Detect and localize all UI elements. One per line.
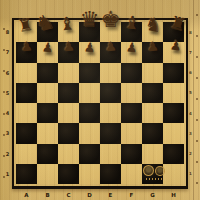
piece-black-knight-b8[interactable]: ♞ (34, 11, 57, 36)
edge-dot (196, 56, 198, 58)
square-d2[interactable] (79, 144, 100, 164)
square-g4[interactable] (142, 103, 163, 123)
file-label-a: A (16, 190, 37, 199)
piece-black-rook-a8[interactable]: ♜ (17, 15, 35, 34)
round-emblem-left-icon (143, 165, 154, 176)
piece-cell: ♟ (163, 42, 184, 62)
square-a1[interactable] (16, 164, 37, 184)
piece-black-pawn-e7[interactable]: ♟ (104, 39, 117, 53)
rank-label-right-1: 1 (187, 164, 194, 184)
square-e6[interactable] (100, 63, 121, 83)
rank-label-right-2: 2 (187, 144, 194, 164)
square-a3[interactable] (16, 123, 37, 143)
square-e5[interactable] (100, 83, 121, 103)
rank-label-right-5: 5 (187, 83, 194, 103)
square-g3[interactable] (142, 123, 163, 143)
edge-dot (3, 176, 5, 178)
file-label-c: C (58, 190, 79, 199)
maker-stamp-caption (146, 178, 163, 180)
square-a2[interactable] (16, 144, 37, 164)
square-c6[interactable] (58, 63, 79, 83)
square-d6[interactable] (79, 63, 100, 83)
piece-black-pawn-b7[interactable]: ♟ (41, 40, 54, 54)
piece-black-pawn-c7[interactable]: ♟ (62, 39, 75, 53)
square-d5[interactable] (79, 83, 100, 103)
piece-black-pawn-g7[interactable]: ♟ (146, 39, 159, 53)
file-label-h: H (163, 190, 184, 199)
edge-dot (3, 134, 5, 136)
square-c2[interactable] (58, 144, 79, 164)
square-h6[interactable] (163, 63, 184, 83)
square-g6[interactable] (142, 63, 163, 83)
piece-black-bishop-f8[interactable]: ♝ (124, 13, 142, 32)
square-c3[interactable] (58, 123, 79, 143)
edge-dot (3, 91, 5, 93)
square-a4[interactable] (16, 103, 37, 123)
rank-label-right-8: 8 (187, 22, 194, 42)
piece-cell: ♟ (16, 42, 37, 62)
file-labels-bottom: ABCDEFGH (16, 190, 184, 199)
piece-cell: ♟ (37, 42, 58, 62)
square-b5[interactable] (37, 83, 58, 103)
edge-dot (196, 182, 198, 184)
square-d3[interactable] (79, 123, 100, 143)
square-c1[interactable] (58, 164, 79, 184)
square-f3[interactable] (121, 123, 142, 143)
rank-label-right-4: 4 (187, 103, 194, 123)
pieces-layer: ♜♞♝♛♚♝♞♜♟♟♟♟♟♟♟♟ (16, 22, 184, 63)
edge-dots-right (195, 4, 198, 194)
square-b4[interactable] (37, 103, 58, 123)
square-f4[interactable] (121, 103, 142, 123)
piece-black-knight-g8[interactable]: ♞ (143, 13, 163, 35)
file-label-g: G (142, 190, 163, 199)
square-b3[interactable] (37, 123, 58, 143)
square-f5[interactable] (121, 83, 142, 103)
square-d1[interactable] (79, 164, 100, 184)
square-e4[interactable] (100, 103, 121, 123)
edge-dot (196, 35, 198, 37)
square-h5[interactable] (163, 83, 184, 103)
piece-cell: ♟ (79, 42, 100, 62)
piece-black-pawn-a7[interactable]: ♟ (20, 39, 33, 53)
square-e2[interactable] (100, 144, 121, 164)
file-label-b: B (37, 190, 58, 199)
file-label-f: F (121, 190, 142, 199)
edge-dot (196, 14, 198, 16)
square-b6[interactable] (37, 63, 58, 83)
square-b1[interactable] (37, 164, 58, 184)
piece-black-bishop-c8[interactable]: ♝ (59, 14, 77, 34)
round-emblem-right-icon (155, 166, 165, 176)
rank-labels-right: 87654321 (187, 22, 194, 184)
edge-dot (196, 98, 198, 100)
edge-dot (196, 140, 198, 142)
rank-label-right-6: 6 (187, 63, 194, 83)
square-g2[interactable] (142, 144, 163, 164)
square-f6[interactable] (121, 63, 142, 83)
square-h4[interactable] (163, 103, 184, 123)
edge-dot (3, 49, 5, 51)
piece-cell: ♟ (58, 42, 79, 62)
piece-black-pawn-h7[interactable]: ♟ (169, 38, 182, 52)
chessboard-photo: 87654321 87654321 ABCDEFGH ♜♞♝♛♚♝♞♜♟♟♟♟♟… (0, 0, 200, 200)
edge-dot (196, 77, 198, 79)
square-h2[interactable] (163, 144, 184, 164)
maker-stamp-logo (142, 164, 168, 182)
square-a5[interactable] (16, 83, 37, 103)
file-label-e: E (100, 190, 121, 199)
square-h3[interactable] (163, 123, 184, 143)
file-label-d: D (79, 190, 100, 199)
square-e1[interactable] (100, 164, 121, 184)
edge-dot (3, 113, 5, 115)
piece-black-king-e8[interactable]: ♚ (101, 9, 121, 31)
edge-dot (3, 70, 5, 72)
piece-black-queen-d8[interactable]: ♛ (80, 9, 100, 31)
edge-dot (3, 28, 5, 30)
edge-dot (3, 155, 5, 157)
edge-dots-left (2, 18, 5, 188)
square-c5[interactable] (58, 83, 79, 103)
edge-dot (196, 119, 198, 121)
piece-cell: ♟ (121, 42, 142, 62)
square-f1[interactable] (121, 164, 142, 184)
piece-cell: ♟ (142, 42, 163, 62)
piece-cell: ♟ (100, 42, 121, 62)
square-a6[interactable] (16, 63, 37, 83)
square-e3[interactable] (100, 123, 121, 143)
piece-black-pawn-d7[interactable]: ♟ (83, 40, 96, 54)
rank-label-right-3: 3 (187, 123, 194, 143)
edge-dot (196, 161, 198, 163)
square-g5[interactable] (142, 83, 163, 103)
square-c4[interactable] (58, 103, 79, 123)
square-d4[interactable] (79, 103, 100, 123)
rank-label-right-7: 7 (187, 42, 194, 62)
piece-black-pawn-f7[interactable]: ♟ (125, 40, 138, 54)
square-b2[interactable] (37, 144, 58, 164)
square-f2[interactable] (121, 144, 142, 164)
